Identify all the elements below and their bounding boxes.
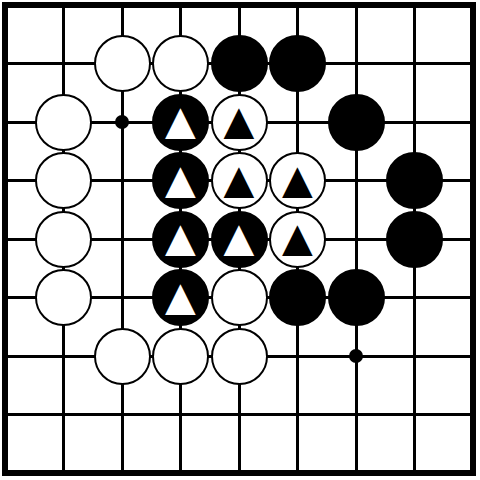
stone-white (35, 152, 92, 209)
board-intersection: ▲ (151, 151, 210, 210)
triangle-mark-icon: ▲ (165, 159, 196, 199)
stone-white-marked: ▲ (211, 94, 268, 151)
stone-black (269, 35, 326, 92)
stone-white-marked: ▲ (269, 211, 326, 268)
stone-white (94, 35, 151, 92)
star-point-dot (349, 349, 363, 363)
stone-white (211, 328, 268, 385)
triangle-mark-icon: ▲ (165, 276, 196, 316)
board-intersection: ▲ (210, 93, 269, 152)
board-intersection (268, 268, 327, 327)
board-intersection (93, 327, 152, 386)
board-intersection (34, 268, 93, 327)
stone-white (152, 35, 209, 92)
stone-white-marked: ▲ (269, 152, 326, 209)
stone-black-marked: ▲ (152, 269, 209, 326)
triangle-mark-icon: ▲ (282, 159, 313, 199)
board-intersection (151, 327, 210, 386)
board-intersection (210, 268, 269, 327)
board-intersection (93, 34, 152, 93)
board-intersection (385, 151, 444, 210)
board-intersection: ▲ (151, 93, 210, 152)
star-point (93, 93, 152, 152)
board-intersection (268, 34, 327, 93)
stone-black-marked: ▲ (152, 94, 209, 151)
triangle-mark-icon: ▲ (165, 217, 196, 257)
board-intersection (34, 151, 93, 210)
triangle-mark-icon: ▲ (165, 100, 196, 140)
board-intersection (210, 34, 269, 93)
stone-black-marked: ▲ (211, 211, 268, 268)
board-intersection (327, 93, 386, 152)
board-intersection (34, 210, 93, 269)
board-intersection: ▲ (210, 151, 269, 210)
board-intersection: ▲ (151, 210, 210, 269)
stone-white (152, 328, 209, 385)
board-intersection: ▲ (151, 268, 210, 327)
triangle-mark-icon: ▲ (224, 159, 255, 199)
stone-white (35, 269, 92, 326)
stone-black (269, 269, 326, 326)
stone-white (35, 94, 92, 151)
stone-black (386, 211, 443, 268)
board-intersection (327, 268, 386, 327)
stone-white-marked: ▲ (211, 152, 268, 209)
stone-black (328, 269, 385, 326)
triangle-mark-icon: ▲ (224, 100, 255, 140)
star-point (327, 327, 386, 386)
star-point-dot (115, 115, 129, 129)
board-intersection: ▲ (210, 210, 269, 269)
board-cells: ▲▲▲▲▲▲▲▲▲ (0, 0, 480, 480)
stone-white (35, 211, 92, 268)
triangle-mark-icon: ▲ (282, 217, 313, 257)
board-intersection (34, 93, 93, 152)
stone-white (211, 269, 268, 326)
stone-black-marked: ▲ (152, 152, 209, 209)
go-board: ▲▲▲▲▲▲▲▲▲ (0, 0, 480, 480)
board-intersection (385, 210, 444, 269)
board-intersection: ▲ (268, 210, 327, 269)
board-intersection (151, 34, 210, 93)
stone-black (386, 152, 443, 209)
triangle-mark-icon: ▲ (224, 217, 255, 257)
stone-white (94, 328, 151, 385)
stone-black (211, 35, 268, 92)
stone-black (328, 94, 385, 151)
board-intersection: ▲ (268, 151, 327, 210)
board-intersection (210, 327, 269, 386)
stone-black-marked: ▲ (152, 211, 209, 268)
